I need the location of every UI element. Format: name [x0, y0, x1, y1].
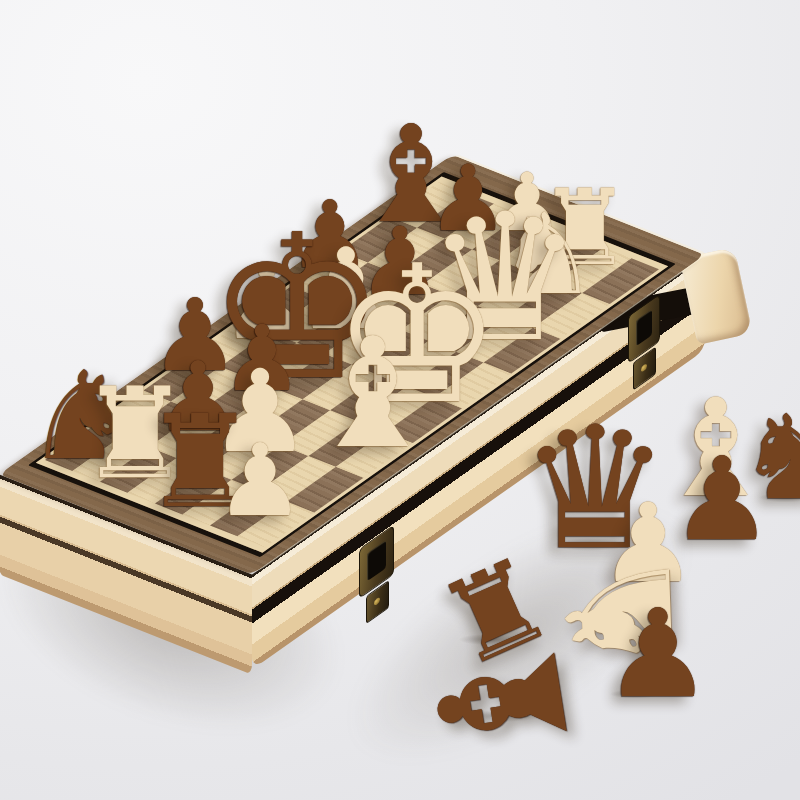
- chess-piece-dark-pawn: ♟: [603, 593, 712, 715]
- pieces-layer: ♝♟♟♜♟♞♟♟♛♟♟♚♟♚♟♝♟♞♜♝♞♜♟♟♛♟♞♜♟♝: [0, 0, 800, 800]
- chess-piece-dark-bishop: ♝: [406, 612, 598, 789]
- chess-piece-light-bishop-c7: ♝: [305, 318, 441, 470]
- scene: ♝♟♟♜♟♞♟♟♛♟♟♚♟♚♟♝♟♞♜♝♞♜♟♟♛♟♞♜♟♝: [0, 0, 800, 800]
- chess-piece-light-pawn-a7: ♟: [215, 431, 305, 531]
